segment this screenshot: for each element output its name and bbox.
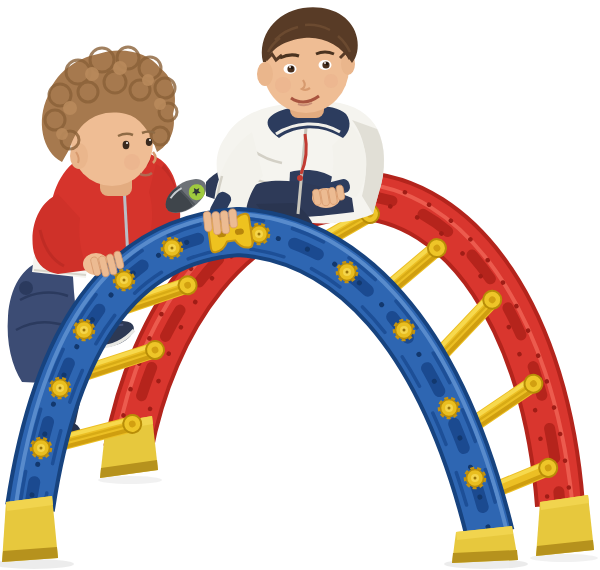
- left-eye: [123, 141, 130, 149]
- foot-front-right: [452, 526, 518, 563]
- right-boy-ear-left: [257, 62, 273, 86]
- zip-cord-tip: [297, 175, 303, 181]
- cheek-left: [275, 77, 291, 93]
- shadow-left-rear: [98, 476, 162, 484]
- cheek-right: [324, 74, 338, 88]
- jeans-patch: [19, 281, 33, 295]
- right-boy: [160, 7, 384, 234]
- left-iris: [287, 65, 294, 72]
- cheek: [124, 154, 140, 170]
- right-eye: [146, 138, 152, 146]
- climber-photo-svg: [0, 0, 600, 570]
- foot-front-left: [2, 496, 58, 562]
- right-iris: [322, 61, 329, 68]
- foot-rear-right: [536, 495, 594, 556]
- product-photo: [0, 0, 600, 570]
- blue-rail-face: [30, 232, 490, 535]
